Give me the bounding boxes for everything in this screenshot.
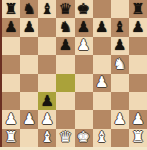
square-b8[interactable]: ♞ xyxy=(20,0,38,18)
square-e4[interactable] xyxy=(75,74,93,92)
square-h7[interactable]: ♟ xyxy=(129,18,147,36)
square-f6[interactable] xyxy=(93,37,111,55)
piece-white-pawn[interactable]: ♟ xyxy=(22,111,35,126)
square-h5[interactable] xyxy=(129,55,147,73)
square-a3[interactable] xyxy=(2,92,20,110)
square-e8[interactable]: ♚ xyxy=(75,0,93,18)
square-c4[interactable] xyxy=(38,74,56,92)
square-g1[interactable] xyxy=(111,129,129,147)
square-f3[interactable] xyxy=(93,92,111,110)
piece-black-bishop[interactable]: ♝ xyxy=(41,1,54,16)
square-b2[interactable]: ♟ xyxy=(20,110,38,128)
piece-black-rook[interactable]: ♜ xyxy=(131,1,144,16)
square-g4[interactable] xyxy=(111,74,129,92)
square-f8[interactable] xyxy=(93,0,111,18)
piece-black-pawn[interactable]: ♟ xyxy=(22,20,35,35)
square-g6[interactable]: ♟ xyxy=(111,37,129,55)
square-g8[interactable] xyxy=(111,0,129,18)
square-d8[interactable]: ♛ xyxy=(56,0,74,18)
board-bottom-strip xyxy=(0,147,147,150)
piece-black-pawn[interactable]: ♟ xyxy=(113,38,126,53)
piece-white-pawn[interactable]: ♟ xyxy=(41,111,54,126)
piece-black-pawn[interactable]: ♟ xyxy=(77,20,90,35)
square-c5[interactable] xyxy=(38,55,56,73)
piece-black-bishop[interactable]: ♝ xyxy=(113,20,126,35)
piece-black-pawn[interactable]: ♟ xyxy=(95,20,108,35)
square-d7[interactable]: ♞ xyxy=(56,18,74,36)
square-d3[interactable] xyxy=(56,92,74,110)
square-f5[interactable] xyxy=(93,55,111,73)
square-e1[interactable]: ♚ xyxy=(75,129,93,147)
piece-black-queen[interactable]: ♛ xyxy=(59,1,72,16)
piece-black-pawn[interactable]: ♟ xyxy=(4,20,17,35)
piece-white-knight[interactable]: ♞ xyxy=(113,56,126,71)
piece-white-pawn[interactable]: ♟ xyxy=(113,111,126,126)
square-h3[interactable] xyxy=(129,92,147,110)
square-a7[interactable]: ♟ xyxy=(2,18,20,36)
square-f7[interactable]: ♟ xyxy=(93,18,111,36)
square-e5[interactable] xyxy=(75,55,93,73)
square-b4[interactable] xyxy=(20,74,38,92)
square-c8[interactable]: ♝ xyxy=(38,0,56,18)
square-f4[interactable]: ♟ xyxy=(93,74,111,92)
square-g5[interactable]: ♞ xyxy=(111,55,129,73)
piece-white-king[interactable]: ♚ xyxy=(77,130,90,145)
square-a6[interactable] xyxy=(2,37,20,55)
square-h1[interactable]: ♜ xyxy=(129,129,147,147)
piece-white-pawn[interactable]: ♟ xyxy=(131,111,144,126)
piece-black-knight[interactable]: ♞ xyxy=(59,20,72,35)
square-a5[interactable] xyxy=(2,55,20,73)
square-a4[interactable] xyxy=(2,74,20,92)
square-d1[interactable]: ♛ xyxy=(56,129,74,147)
piece-white-pawn[interactable]: ♟ xyxy=(77,38,90,53)
square-e6[interactable]: ♟ xyxy=(75,37,93,55)
piece-black-rook[interactable]: ♜ xyxy=(4,1,17,16)
square-d2[interactable] xyxy=(56,110,74,128)
chess-board[interactable]: ♜♞♝♛♚♜♟♟♞♟♟♝♟♟♟♟♞♟♟♟♟♟♟♟♜♝♛♚♝♜ xyxy=(2,0,147,147)
square-b1[interactable] xyxy=(20,129,38,147)
square-a2[interactable]: ♟ xyxy=(2,110,20,128)
square-g2[interactable]: ♟ xyxy=(111,110,129,128)
square-d4[interactable] xyxy=(56,74,74,92)
piece-white-pawn[interactable]: ♟ xyxy=(95,75,108,90)
piece-black-knight[interactable]: ♞ xyxy=(22,1,35,16)
piece-black-pawn[interactable]: ♟ xyxy=(131,20,144,35)
square-d5[interactable] xyxy=(56,55,74,73)
square-b3[interactable] xyxy=(20,92,38,110)
square-b7[interactable]: ♟ xyxy=(20,18,38,36)
square-f1[interactable]: ♝ xyxy=(93,129,111,147)
square-c3[interactable]: ♟ xyxy=(38,92,56,110)
piece-white-pawn[interactable]: ♟ xyxy=(4,111,17,126)
square-e3[interactable] xyxy=(75,92,93,110)
piece-white-bishop[interactable]: ♝ xyxy=(95,130,108,145)
square-c6[interactable] xyxy=(38,37,56,55)
square-h8[interactable]: ♜ xyxy=(129,0,147,18)
square-h4[interactable] xyxy=(129,74,147,92)
square-b6[interactable] xyxy=(20,37,38,55)
square-a8[interactable]: ♜ xyxy=(2,0,20,18)
piece-white-bishop[interactable]: ♝ xyxy=(41,130,54,145)
square-h2[interactable]: ♟ xyxy=(129,110,147,128)
piece-black-king[interactable]: ♚ xyxy=(77,1,90,16)
square-h6[interactable] xyxy=(129,37,147,55)
piece-black-pawn[interactable]: ♟ xyxy=(59,38,72,53)
square-a1[interactable]: ♜ xyxy=(2,129,20,147)
square-f2[interactable] xyxy=(93,110,111,128)
piece-white-rook[interactable]: ♜ xyxy=(131,130,144,145)
piece-white-queen[interactable]: ♛ xyxy=(59,130,72,145)
square-g3[interactable] xyxy=(111,92,129,110)
square-c2[interactable]: ♟ xyxy=(38,110,56,128)
piece-white-rook[interactable]: ♜ xyxy=(4,130,17,145)
square-c1[interactable]: ♝ xyxy=(38,129,56,147)
square-c7[interactable] xyxy=(38,18,56,36)
piece-black-pawn[interactable]: ♟ xyxy=(41,93,54,108)
chess-app-screenshot: ♜♞♝♛♚♜♟♟♞♟♟♝♟♟♟♟♞♟♟♟♟♟♟♟♜♝♛♚♝♜ xyxy=(0,0,147,150)
square-e7[interactable]: ♟ xyxy=(75,18,93,36)
square-e2[interactable] xyxy=(75,110,93,128)
square-d6[interactable]: ♟ xyxy=(56,37,74,55)
square-b5[interactable] xyxy=(20,55,38,73)
square-g7[interactable]: ♝ xyxy=(111,18,129,36)
